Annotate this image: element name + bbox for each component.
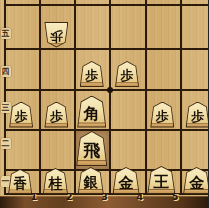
rank-label-二: 二 (1, 138, 11, 149)
rank-label-五: 五 (1, 28, 11, 39)
file-label-1: 1 (28, 191, 40, 202)
piece-kanji: 桂 (48, 172, 62, 190)
cell-3五[interactable] (74, 4, 109, 48)
rank-label-三: 三 (1, 102, 11, 113)
cell-2二[interactable] (39, 129, 74, 169)
cell-4五[interactable] (109, 4, 144, 48)
cell-4三[interactable] (109, 89, 144, 129)
piece-kanji: 歩 (191, 106, 204, 123)
piece-kanji: 歩 (50, 106, 63, 123)
piece-kanji: 飛 (83, 138, 100, 160)
piece-kanji: 歩 (156, 106, 169, 123)
cell-6四[interactable] (180, 48, 208, 89)
piece-kanji: 歩 (85, 66, 98, 83)
cell-5四[interactable] (145, 48, 180, 89)
file-label-5: 5 (169, 191, 181, 202)
piece-kanji: 歩 (15, 106, 28, 123)
piece-kanji: 角 (84, 101, 100, 121)
piece-kanji: 香 (13, 173, 27, 190)
rank-label-四: 四 (1, 66, 11, 77)
board-grid (4, 0, 209, 195)
file-label-3: 3 (99, 191, 111, 202)
cell-6五[interactable] (180, 4, 208, 48)
cell-4二[interactable] (109, 129, 144, 169)
piece-kanji: 王 (154, 170, 170, 190)
rank-label-一: 一 (1, 176, 11, 187)
cell-1五[interactable] (4, 4, 39, 48)
piece-kanji: 歩 (50, 26, 63, 43)
cell-5五[interactable] (145, 4, 180, 48)
cell-1二[interactable] (4, 129, 39, 169)
file-label-4: 4 (134, 191, 146, 202)
cell-5二[interactable] (145, 129, 180, 169)
piece-kanji: 歩 (121, 66, 134, 83)
piece-kanji: 金 (189, 171, 204, 190)
shogi-board-scene: 五四三二一12345歩歩歩歩歩角歩歩飛香桂銀金王金 (0, 0, 208, 208)
file-label-2: 2 (63, 191, 75, 202)
cell-2四[interactable] (39, 48, 74, 89)
piece-kanji: 銀 (84, 171, 99, 189)
cell-6二[interactable] (180, 129, 208, 169)
piece-kanji: 金 (119, 171, 134, 190)
